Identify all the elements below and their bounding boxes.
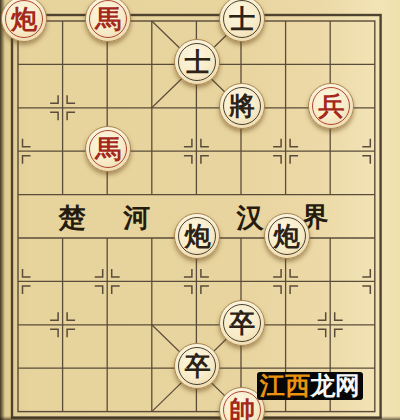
piece-red-soldier[interactable]: 兵 (308, 83, 354, 129)
piece-glyph: 卒 (184, 353, 210, 379)
piece-glyph: 炮 (11, 6, 37, 32)
piece-glyph: 將 (229, 93, 255, 119)
xiangqi-board: 楚 河 汉 界 炮馬士士將兵馬炮炮卒卒帥 江西龙网 (0, 0, 400, 420)
piece-glyph: 馬 (95, 6, 121, 32)
piece-glyph: 士 (229, 6, 255, 32)
river-label-han: 汉 (237, 200, 264, 236)
piece-glyph: 士 (184, 49, 210, 75)
piece-glyph: 炮 (274, 223, 300, 249)
piece-glyph: 炮 (184, 223, 210, 249)
screen-edge-shadow-left (0, 0, 5, 420)
piece-glyph: 卒 (229, 310, 255, 336)
piece-glyph: 兵 (318, 93, 344, 119)
river-label-chu: 楚 (59, 200, 86, 236)
screen-edge-shadow-bottom (0, 416, 400, 420)
piece-glyph: 馬 (95, 136, 121, 162)
piece-black-general[interactable]: 將 (219, 83, 265, 129)
watermark: 江西龙网 (257, 372, 363, 400)
piece-black-cannon[interactable]: 炮 (264, 213, 310, 259)
piece-glyph: 帥 (229, 397, 255, 420)
river-label-he: 河 (124, 200, 151, 236)
watermark-left: 江西 (260, 371, 310, 400)
piece-black-soldier[interactable]: 卒 (219, 300, 265, 346)
watermark-right: 龙网 (310, 371, 360, 400)
